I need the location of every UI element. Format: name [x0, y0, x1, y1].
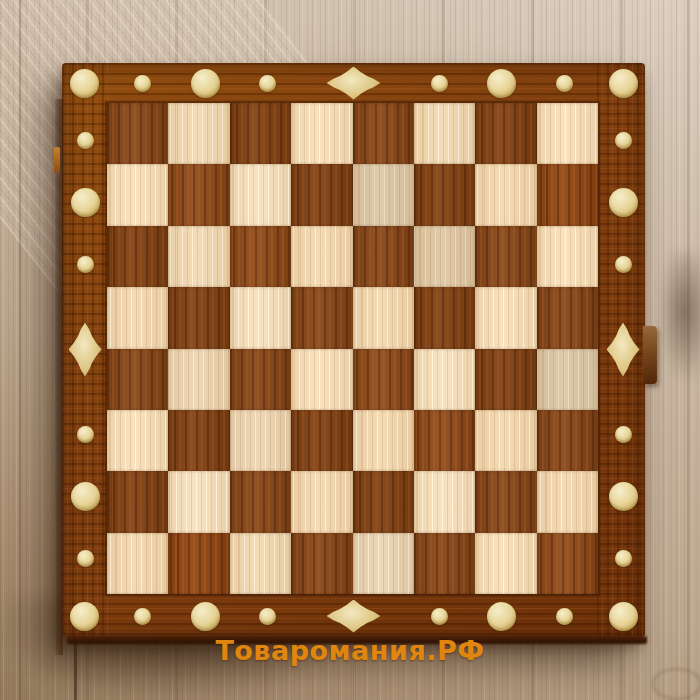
board-square [230, 349, 291, 410]
board-square [107, 410, 168, 471]
brass-circle-small [615, 426, 632, 443]
wood-knot [652, 668, 700, 700]
board-square [414, 471, 475, 532]
board-square [414, 164, 475, 225]
photo-scene: Товаромания.РФ [0, 0, 700, 700]
brass-circle-small [431, 608, 448, 625]
brass-circle-large [487, 69, 516, 98]
board-square [291, 226, 352, 287]
brass-circle-large [71, 188, 100, 217]
board-square [414, 226, 475, 287]
board-square [475, 471, 536, 532]
board-square [168, 471, 229, 532]
board-square [168, 287, 229, 348]
board-square [107, 226, 168, 287]
brass-circle-small [259, 608, 276, 625]
brass-circle-large [70, 69, 99, 98]
board-square [291, 349, 352, 410]
board-square [353, 164, 414, 225]
board-square [168, 349, 229, 410]
brass-circle-large [191, 602, 220, 631]
brass-circle-large [609, 188, 638, 217]
board-square [353, 103, 414, 164]
board-square [168, 410, 229, 471]
brass-circle-small [77, 550, 94, 567]
board-square [414, 103, 475, 164]
board-grid [107, 103, 598, 594]
board-square [414, 349, 475, 410]
board-square [230, 287, 291, 348]
board-square [291, 533, 352, 594]
board-square [230, 103, 291, 164]
board-square [230, 410, 291, 471]
board-square [537, 471, 598, 532]
board-square [168, 103, 229, 164]
board-square [475, 103, 536, 164]
board-square [414, 287, 475, 348]
board-square [537, 164, 598, 225]
clasp-latch [643, 326, 657, 384]
board-square [107, 533, 168, 594]
brass-circle-small [259, 75, 276, 92]
brass-circle-large [191, 69, 220, 98]
board-square [291, 103, 352, 164]
board-square [107, 287, 168, 348]
board-square [168, 533, 229, 594]
board-square [414, 533, 475, 594]
board-square [475, 164, 536, 225]
board-square [168, 226, 229, 287]
board-square [475, 226, 536, 287]
brass-circle-large [609, 482, 638, 511]
board-square [537, 349, 598, 410]
wood-knot [660, 252, 700, 384]
brass-circle-large [487, 602, 516, 631]
brass-circle-small [77, 426, 94, 443]
board-square [537, 226, 598, 287]
brass-circle-small [77, 132, 94, 149]
brass-circle-small [615, 550, 632, 567]
brass-circle-large [70, 602, 99, 631]
board-square [353, 287, 414, 348]
board-square [414, 410, 475, 471]
brass-circle-small [77, 256, 94, 273]
board-square [107, 164, 168, 225]
brass-circle-small [134, 75, 151, 92]
board-square [475, 410, 536, 471]
board-square [353, 471, 414, 532]
board-square [353, 349, 414, 410]
board-square [107, 471, 168, 532]
board-square [291, 471, 352, 532]
board-square [230, 471, 291, 532]
brass-circle-small [556, 608, 573, 625]
board-square [230, 164, 291, 225]
board-square [107, 103, 168, 164]
board-square [475, 287, 536, 348]
brass-circle-large [609, 69, 638, 98]
board-square [168, 164, 229, 225]
board-square [537, 410, 598, 471]
board-square [353, 410, 414, 471]
brass-circle-small [615, 132, 632, 149]
brass-circle-small [615, 256, 632, 273]
board-side-face [55, 99, 63, 655]
brass-circle-small [134, 608, 151, 625]
board-square [537, 533, 598, 594]
brass-circle-small [556, 75, 573, 92]
brass-circle-large [71, 482, 100, 511]
board-square [537, 103, 598, 164]
board-square [107, 349, 168, 410]
board-square [537, 287, 598, 348]
board-square [230, 226, 291, 287]
board-square [291, 287, 352, 348]
board-square [291, 410, 352, 471]
board-square [353, 226, 414, 287]
board-square [291, 164, 352, 225]
plank-seam [19, 0, 21, 700]
watermark-text: Товаромания.РФ [0, 636, 700, 666]
brass-diamond-inlay [327, 67, 381, 100]
board-square [230, 533, 291, 594]
brass-diamond-inlay [327, 600, 381, 633]
brass-circle-small [431, 75, 448, 92]
board-square [353, 533, 414, 594]
hinge-glint [54, 147, 60, 173]
board-square [475, 533, 536, 594]
brass-circle-large [609, 602, 638, 631]
chess-board [62, 63, 645, 637]
board-square [475, 349, 536, 410]
